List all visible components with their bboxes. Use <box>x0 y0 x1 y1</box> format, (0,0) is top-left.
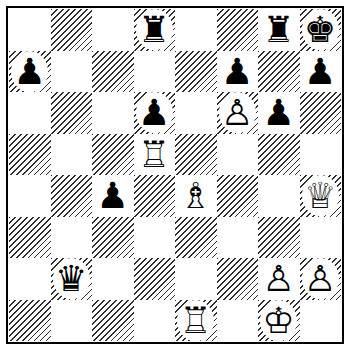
square-b5[interactable] <box>51 134 93 176</box>
square-a1[interactable] <box>9 300 51 342</box>
piece-white-rook[interactable]: ♖ <box>177 300 214 341</box>
square-b7[interactable] <box>51 51 93 93</box>
square-a8[interactable] <box>9 9 51 51</box>
square-b8[interactable] <box>51 9 93 51</box>
square-g8[interactable]: ♜ <box>258 9 300 51</box>
square-c3[interactable] <box>92 217 134 259</box>
square-f4[interactable] <box>217 175 259 217</box>
square-a6[interactable] <box>9 92 51 134</box>
square-d5[interactable]: ♖ <box>134 134 176 176</box>
square-e6[interactable] <box>175 92 217 134</box>
square-e3[interactable] <box>175 217 217 259</box>
square-g3[interactable] <box>258 217 300 259</box>
piece-black-king[interactable]: ♚ <box>302 9 339 50</box>
square-h6[interactable] <box>300 92 342 134</box>
square-c8[interactable] <box>92 9 134 51</box>
square-d2[interactable] <box>134 258 176 300</box>
square-f3[interactable] <box>217 217 259 259</box>
square-a2[interactable] <box>9 258 51 300</box>
square-e2[interactable] <box>175 258 217 300</box>
square-h4[interactable]: ♕ <box>300 175 342 217</box>
square-g5[interactable] <box>258 134 300 176</box>
square-b4[interactable] <box>51 175 93 217</box>
piece-black-pawn[interactable]: ♟ <box>260 92 297 133</box>
piece-black-rook[interactable]: ♜ <box>260 9 297 50</box>
piece-black-pawn[interactable]: ♟ <box>219 51 256 92</box>
piece-white-bishop[interactable]: ♗ <box>177 175 214 216</box>
square-g1[interactable]: ♔ <box>258 300 300 342</box>
square-g2[interactable]: ♙ <box>258 258 300 300</box>
square-c1[interactable] <box>92 300 134 342</box>
square-d7[interactable] <box>134 51 176 93</box>
square-b6[interactable] <box>51 92 93 134</box>
square-a7[interactable]: ♟ <box>9 51 51 93</box>
square-h1[interactable] <box>300 300 342 342</box>
square-g7[interactable] <box>258 51 300 93</box>
square-g6[interactable]: ♟ <box>258 92 300 134</box>
piece-white-queen[interactable]: ♕ <box>302 175 339 216</box>
square-g4[interactable] <box>258 175 300 217</box>
piece-white-king[interactable]: ♔ <box>260 300 297 341</box>
piece-white-pawn[interactable]: ♙ <box>219 92 256 133</box>
square-e8[interactable] <box>175 9 217 51</box>
square-e5[interactable] <box>175 134 217 176</box>
square-c5[interactable] <box>92 134 134 176</box>
square-f2[interactable] <box>217 258 259 300</box>
square-d3[interactable] <box>134 217 176 259</box>
square-c6[interactable] <box>92 92 134 134</box>
square-f1[interactable] <box>217 300 259 342</box>
board-frame: ♜♜♚♟♟♟♟♙♟♖♟♗♕♛♙♙♖♔ <box>6 6 344 344</box>
square-h2[interactable]: ♙ <box>300 258 342 300</box>
square-b3[interactable] <box>51 217 93 259</box>
square-c2[interactable] <box>92 258 134 300</box>
piece-white-pawn[interactable]: ♙ <box>302 258 339 299</box>
piece-black-rook[interactable]: ♜ <box>136 9 173 50</box>
square-d4[interactable] <box>134 175 176 217</box>
square-e1[interactable]: ♖ <box>175 300 217 342</box>
square-e4[interactable]: ♗ <box>175 175 217 217</box>
square-f7[interactable]: ♟ <box>217 51 259 93</box>
square-a5[interactable] <box>9 134 51 176</box>
square-h8[interactable]: ♚ <box>300 9 342 51</box>
square-h5[interactable] <box>300 134 342 176</box>
piece-white-rook[interactable]: ♖ <box>136 134 173 175</box>
square-c7[interactable] <box>92 51 134 93</box>
square-b1[interactable] <box>51 300 93 342</box>
square-h7[interactable]: ♟ <box>300 51 342 93</box>
square-a4[interactable] <box>9 175 51 217</box>
square-d6[interactable]: ♟ <box>134 92 176 134</box>
square-a3[interactable] <box>9 217 51 259</box>
square-d1[interactable] <box>134 300 176 342</box>
chessboard: ♜♜♚♟♟♟♟♙♟♖♟♗♕♛♙♙♖♔ <box>9 9 341 341</box>
square-e7[interactable] <box>175 51 217 93</box>
square-f8[interactable] <box>217 9 259 51</box>
piece-black-queen[interactable]: ♛ <box>53 258 90 299</box>
piece-black-pawn[interactable]: ♟ <box>94 175 131 216</box>
square-b2[interactable]: ♛ <box>51 258 93 300</box>
piece-black-pawn[interactable]: ♟ <box>136 92 173 133</box>
square-d8[interactable]: ♜ <box>134 9 176 51</box>
square-h3[interactable] <box>300 217 342 259</box>
piece-black-pawn[interactable]: ♟ <box>11 51 48 92</box>
piece-black-pawn[interactable]: ♟ <box>302 51 339 92</box>
piece-white-pawn[interactable]: ♙ <box>260 258 297 299</box>
square-f5[interactable] <box>217 134 259 176</box>
square-f6[interactable]: ♙ <box>217 92 259 134</box>
square-c4[interactable]: ♟ <box>92 175 134 217</box>
